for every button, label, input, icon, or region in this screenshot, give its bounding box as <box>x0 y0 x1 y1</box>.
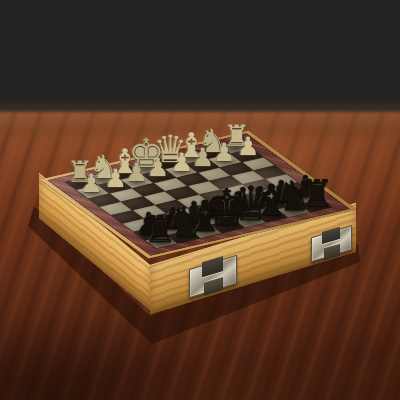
table-edge-blur <box>0 98 400 142</box>
chess-set-photo: ♜♞♝♚♛♝♞♜♟♟♟♟♟♟♟♟♟♟♟♟♟♟♟♟♜♞♝♚♛♝♞♜ <box>0 0 400 400</box>
